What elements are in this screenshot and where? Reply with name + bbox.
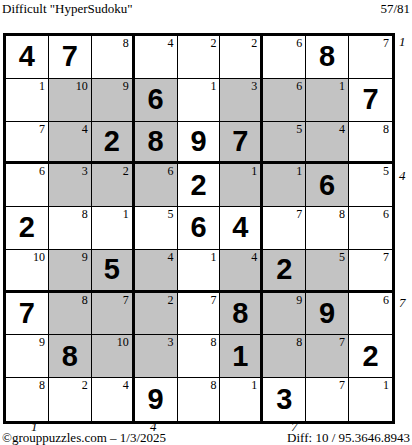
cell-r4c2[interactable]: 3 bbox=[49, 164, 92, 207]
cell-r1c9[interactable]: 7 bbox=[349, 36, 392, 79]
cell-r5c8[interactable]: 8 bbox=[306, 207, 349, 250]
cell-r5c1[interactable]: 2 bbox=[6, 207, 49, 250]
given-digit: 8 bbox=[62, 342, 78, 371]
corner-number: 8 bbox=[210, 379, 216, 392]
cell-r5c7[interactable]: 7 bbox=[263, 207, 306, 250]
corner-number: 3 bbox=[168, 336, 174, 349]
corner-number: 8 bbox=[383, 123, 389, 136]
corner-number: 1 bbox=[251, 165, 257, 178]
given-digit: 9 bbox=[148, 385, 164, 414]
cell-r7c4[interactable]: 2 bbox=[135, 293, 178, 336]
corner-number: 10 bbox=[117, 336, 129, 349]
corner-number: 6 bbox=[383, 294, 389, 307]
given-digit: 7 bbox=[19, 299, 35, 328]
corner-number: 8 bbox=[339, 208, 345, 221]
corner-number: 1 bbox=[210, 80, 216, 93]
given-digit: 2 bbox=[19, 213, 35, 242]
cell-r9c6[interactable]: 1 bbox=[220, 378, 263, 421]
cell-r2c5[interactable]: 1 bbox=[178, 79, 221, 122]
given-digit: 5 bbox=[104, 255, 120, 284]
given-digit: 9 bbox=[319, 299, 335, 328]
corner-number: 5 bbox=[383, 165, 389, 178]
corner-number: 4 bbox=[168, 251, 174, 264]
cell-r8c4[interactable]: 3 bbox=[135, 335, 178, 378]
cell-r9c1[interactable]: 8 bbox=[6, 378, 49, 421]
corner-number: 6 bbox=[168, 165, 174, 178]
cell-r1c2[interactable]: 7 bbox=[49, 36, 92, 79]
corner-number: 5 bbox=[339, 251, 345, 264]
cell-r2c7[interactable]: 6 bbox=[263, 79, 306, 122]
corner-number: 5 bbox=[296, 123, 302, 136]
cell-r4c1[interactable]: 6 bbox=[6, 164, 49, 207]
given-digit: 4 bbox=[232, 213, 248, 242]
corner-number: 10 bbox=[33, 251, 45, 264]
corner-number: 2 bbox=[251, 37, 257, 50]
given-digit: 4 bbox=[19, 42, 35, 71]
corner-number: 1 bbox=[39, 80, 45, 93]
cell-r9c3[interactable]: 4 bbox=[92, 378, 135, 421]
cell-r6c3[interactable]: 5 bbox=[92, 250, 135, 293]
corner-number: 7 bbox=[383, 251, 389, 264]
difficulty-text: Diff: 10 / 95.3646.8943 bbox=[287, 430, 410, 445]
cell-r8c1[interactable]: 9 bbox=[6, 335, 49, 378]
cell-r1c8[interactable]: 8 bbox=[306, 36, 349, 79]
cell-r3c9[interactable]: 8 bbox=[349, 122, 392, 165]
corner-number: 4 bbox=[123, 379, 129, 392]
cell-r6c4[interactable]: 4 bbox=[135, 250, 178, 293]
cell-r9c8[interactable]: 7 bbox=[306, 378, 349, 421]
corner-number: 2 bbox=[168, 294, 174, 307]
given-digit: 7 bbox=[362, 85, 378, 114]
cell-r6c7[interactable]: 2 bbox=[263, 250, 306, 293]
cell-r1c6[interactable]: 2 bbox=[220, 36, 263, 79]
corner-number: 7 bbox=[39, 123, 45, 136]
cell-r5c4[interactable]: 5 bbox=[135, 207, 178, 250]
cell-r6c5[interactable]: 1 bbox=[178, 250, 221, 293]
cell-r7c3[interactable]: 7 bbox=[92, 293, 135, 336]
cell-r6c1[interactable]: 10 bbox=[6, 250, 49, 293]
corner-number: 7 bbox=[383, 37, 389, 50]
cell-r5c6[interactable]: 4 bbox=[220, 207, 263, 250]
given-digit: 1 bbox=[232, 342, 248, 371]
corner-number: 10 bbox=[76, 80, 88, 93]
corner-number: 4 bbox=[82, 123, 88, 136]
cell-r9c4[interactable]: 9 bbox=[135, 378, 178, 421]
cell-r2c8[interactable]: 1 bbox=[306, 79, 349, 122]
given-digit: 2 bbox=[276, 255, 292, 284]
corner-number: 1 bbox=[123, 208, 129, 221]
given-digit: 2 bbox=[104, 127, 120, 156]
cell-r4c4[interactable]: 6 bbox=[135, 164, 178, 207]
corner-number: 8 bbox=[39, 379, 45, 392]
corner-number: 8 bbox=[82, 208, 88, 221]
given-digit: 6 bbox=[148, 85, 164, 114]
corner-number: 1 bbox=[210, 251, 216, 264]
cell-r6c6[interactable]: 4 bbox=[220, 250, 263, 293]
cell-r1c7[interactable]: 6 bbox=[263, 36, 306, 79]
corner-number: 7 bbox=[210, 294, 216, 307]
cell-r8c7[interactable]: 8 bbox=[263, 335, 306, 378]
corner-number: 2 bbox=[82, 379, 88, 392]
cell-r7c9[interactable]: 6 bbox=[349, 293, 392, 336]
given-digit: 2 bbox=[362, 342, 378, 371]
cell-r6c2[interactable]: 9 bbox=[49, 250, 92, 293]
copyright-text: ©grouppuzzles.com – 1/3/2025 bbox=[2, 430, 166, 445]
corner-number: 1 bbox=[339, 80, 345, 93]
row-label-7: 7 bbox=[399, 295, 406, 311]
cell-r6c9[interactable]: 7 bbox=[349, 250, 392, 293]
corner-number: 6 bbox=[39, 165, 45, 178]
corner-number: 2 bbox=[123, 165, 129, 178]
corner-number: 1 bbox=[296, 165, 302, 178]
cell-r1c1[interactable]: 4 bbox=[6, 36, 49, 79]
cell-r3c5[interactable]: 9 bbox=[178, 122, 221, 165]
given-digit: 8 bbox=[232, 299, 248, 328]
cell-r1c5[interactable]: 2 bbox=[178, 36, 221, 79]
cell-r7c6[interactable]: 8 bbox=[220, 293, 263, 336]
cell-r4c7[interactable]: 1 bbox=[263, 164, 306, 207]
cell-r2c3[interactable]: 9 bbox=[92, 79, 135, 122]
cell-r9c2[interactable]: 2 bbox=[49, 378, 92, 421]
corner-number: 2 bbox=[210, 37, 216, 50]
cell-r3c1[interactable]: 7 bbox=[6, 122, 49, 165]
cell-r8c8[interactable]: 7 bbox=[306, 335, 349, 378]
cell-r9c7[interactable]: 3 bbox=[263, 378, 306, 421]
cell-r7c7[interactable]: 9 bbox=[263, 293, 306, 336]
page-title: Difficult "HyperSudoku" bbox=[2, 1, 133, 17]
cell-r3c7[interactable]: 5 bbox=[263, 122, 306, 165]
given-digit: 6 bbox=[319, 171, 335, 200]
puzzle-page: Difficult "HyperSudoku" 57/81 4784226871… bbox=[0, 0, 412, 445]
cell-r4c8[interactable]: 6 bbox=[306, 164, 349, 207]
corner-number: 7 bbox=[339, 379, 345, 392]
cell-r7c5[interactable]: 7 bbox=[178, 293, 221, 336]
given-digit: 9 bbox=[190, 127, 206, 156]
cell-r5c2[interactable]: 8 bbox=[49, 207, 92, 250]
cell-r3c6[interactable]: 7 bbox=[220, 122, 263, 165]
progress-counter: 57/81 bbox=[380, 1, 410, 17]
cell-r2c9[interactable]: 7 bbox=[349, 79, 392, 122]
cell-r5c9[interactable]: 6 bbox=[349, 207, 392, 250]
given-digit: 7 bbox=[62, 42, 78, 71]
cell-r1c3[interactable]: 8 bbox=[92, 36, 135, 79]
row-label-4: 4 bbox=[399, 168, 406, 184]
cell-r6c8[interactable]: 5 bbox=[306, 250, 349, 293]
corner-number: 8 bbox=[210, 336, 216, 349]
corner-number: 8 bbox=[123, 37, 129, 50]
cell-r4c5[interactable]: 2 bbox=[178, 164, 221, 207]
sudoku-board: 4784226871109613617742897548632621165281… bbox=[3, 33, 395, 424]
corner-number: 3 bbox=[82, 165, 88, 178]
corner-number: 6 bbox=[296, 80, 302, 93]
cell-r3c3[interactable]: 2 bbox=[92, 122, 135, 165]
row-label-1: 1 bbox=[399, 34, 406, 50]
given-digit: 3 bbox=[276, 385, 292, 414]
corner-number: 4 bbox=[168, 37, 174, 50]
cell-r7c2[interactable]: 8 bbox=[49, 293, 92, 336]
cell-r3c2[interactable]: 4 bbox=[49, 122, 92, 165]
given-digit: 6 bbox=[190, 213, 206, 242]
corner-number: 8 bbox=[296, 336, 302, 349]
corner-number: 4 bbox=[339, 123, 345, 136]
cell-r4c6[interactable]: 1 bbox=[220, 164, 263, 207]
cell-r8c3[interactable]: 10 bbox=[92, 335, 135, 378]
corner-number: 7 bbox=[123, 294, 129, 307]
cell-r3c8[interactable]: 4 bbox=[306, 122, 349, 165]
cell-r8c5[interactable]: 8 bbox=[178, 335, 221, 378]
cell-r2c4[interactable]: 6 bbox=[135, 79, 178, 122]
given-digit: 2 bbox=[190, 171, 206, 200]
corner-number: 6 bbox=[383, 208, 389, 221]
cell-r2c1[interactable]: 1 bbox=[6, 79, 49, 122]
corner-number: 9 bbox=[82, 251, 88, 264]
cell-r5c5[interactable]: 6 bbox=[178, 207, 221, 250]
cell-r4c3[interactable]: 2 bbox=[92, 164, 135, 207]
corner-number: 9 bbox=[39, 336, 45, 349]
cell-r5c3[interactable]: 1 bbox=[92, 207, 135, 250]
corner-number: 8 bbox=[82, 294, 88, 307]
corner-number: 7 bbox=[339, 336, 345, 349]
cell-r9c9[interactable]: 1 bbox=[349, 378, 392, 421]
cell-r2c2[interactable]: 10 bbox=[49, 79, 92, 122]
corner-number: 7 bbox=[296, 208, 302, 221]
corner-number: 9 bbox=[123, 80, 129, 93]
corner-number: 6 bbox=[296, 37, 302, 50]
corner-number: 1 bbox=[251, 379, 257, 392]
cell-r7c8[interactable]: 9 bbox=[306, 293, 349, 336]
cell-r8c2[interactable]: 8 bbox=[49, 335, 92, 378]
corner-number: 1 bbox=[383, 379, 389, 392]
cell-r9c5[interactable]: 8 bbox=[178, 378, 221, 421]
cell-r2c6[interactable]: 3 bbox=[220, 79, 263, 122]
corner-number: 3 bbox=[251, 80, 257, 93]
cell-r4c9[interactable]: 5 bbox=[349, 164, 392, 207]
corner-number: 4 bbox=[251, 251, 257, 264]
given-digit: 8 bbox=[148, 127, 164, 156]
cell-r8c9[interactable]: 2 bbox=[349, 335, 392, 378]
cell-r1c4[interactable]: 4 bbox=[135, 36, 178, 79]
corner-number: 9 bbox=[296, 294, 302, 307]
corner-number: 5 bbox=[168, 208, 174, 221]
given-digit: 8 bbox=[319, 42, 335, 71]
cell-r7c1[interactable]: 7 bbox=[6, 293, 49, 336]
given-digit: 7 bbox=[232, 127, 248, 156]
cell-r8c6[interactable]: 1 bbox=[220, 335, 263, 378]
cell-r3c4[interactable]: 8 bbox=[135, 122, 178, 165]
